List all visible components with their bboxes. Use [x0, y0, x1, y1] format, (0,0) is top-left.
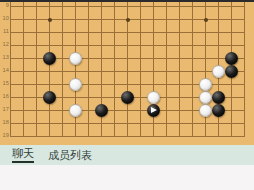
tab-bar: 聊天 成员列表 — [0, 145, 254, 165]
grid-line — [49, 2, 50, 137]
row-coordinate-label: 13 — [3, 55, 9, 61]
grid-line — [10, 6, 245, 7]
grid-line — [10, 136, 245, 137]
grid-line — [140, 2, 141, 137]
row-coordinate-label: 14 — [3, 68, 9, 74]
row-coordinate-label: 19 — [3, 133, 9, 139]
grid-line — [153, 2, 154, 137]
star-point — [126, 18, 130, 22]
white-stone — [69, 52, 82, 65]
grid-line — [62, 2, 63, 137]
grid-line — [114, 2, 115, 137]
row-coordinate-label: 16 — [3, 94, 9, 100]
grid-line — [10, 2, 11, 137]
grid-line — [166, 2, 167, 137]
white-stone — [212, 65, 225, 78]
row-coordinate-label: 17 — [3, 107, 9, 113]
grid-line — [36, 2, 37, 137]
tab-chat[interactable]: 聊天 — [12, 147, 34, 163]
black-stone — [121, 91, 134, 104]
grid-line — [205, 2, 206, 137]
white-stone — [147, 91, 160, 104]
black-stone — [212, 91, 225, 104]
row-coordinate-label: 12 — [3, 42, 9, 48]
row-coordinate-label: 10 — [3, 16, 9, 22]
tab-member-list[interactable]: 成员列表 — [48, 149, 92, 162]
go-board[interactable]: 910111213141516171819 — [0, 2, 254, 145]
grid-line — [88, 2, 89, 137]
grid-line — [192, 2, 193, 137]
grid-line — [10, 32, 245, 33]
row-coordinate-label: 9 — [3, 3, 9, 9]
black-stone — [43, 91, 56, 104]
grid-line — [10, 123, 245, 124]
black-stone — [212, 104, 225, 117]
white-stone — [199, 91, 212, 104]
star-point — [48, 18, 52, 22]
row-coordinate-label: 15 — [3, 81, 9, 87]
grid-line — [101, 2, 102, 137]
white-stone — [199, 104, 212, 117]
app-screen: 910111213141516171819 聊天 成员列表 — [0, 0, 254, 190]
chat-panel — [0, 165, 254, 190]
black-stone — [225, 52, 238, 65]
grid-line — [10, 45, 245, 46]
grid-line — [179, 2, 180, 137]
row-coordinate-label: 11 — [3, 29, 9, 35]
white-stone — [69, 78, 82, 91]
white-stone — [69, 104, 82, 117]
grid-line — [244, 2, 245, 137]
white-stone — [199, 78, 212, 91]
grid-line — [75, 2, 76, 137]
black-stone — [225, 65, 238, 78]
last-move-marker — [151, 107, 157, 113]
black-stone — [43, 52, 56, 65]
star-point — [204, 18, 208, 22]
grid-line — [23, 2, 24, 137]
grid-line — [10, 71, 245, 72]
row-coordinate-label: 18 — [3, 120, 9, 126]
black-stone — [95, 104, 108, 117]
grid-line — [127, 2, 128, 137]
